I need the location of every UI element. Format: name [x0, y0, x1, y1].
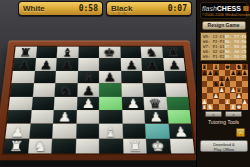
- logo-chess: CHESS: [217, 5, 241, 12]
- piece-black-knight[interactable]: ♞: [143, 47, 161, 58]
- square-e6[interactable]: ♟: [99, 71, 121, 84]
- piece-black-rook[interactable]: ♜: [16, 47, 34, 58]
- square-f4[interactable]: ♟: [121, 96, 144, 110]
- square-a3[interactable]: [7, 110, 31, 124]
- square-a5[interactable]: [10, 83, 33, 96]
- black-clock-plaque: Black 0:07 ♘♗♙: [107, 2, 191, 15]
- square-e2[interactable]: ♝: [99, 124, 122, 139]
- logo: flashCHESS III ©2000-2006 MediaDivision.…: [200, 2, 247, 19]
- piece-white-rook[interactable]: ♜: [6, 139, 27, 153]
- piece-black-pawn[interactable]: ♟: [79, 84, 97, 96]
- mini-board: ♜♝♚♞♜♟♟♟♟♟♟♝♟♞♟♟♟♛♟♟♟♝♟♜♞♜♚: [201, 63, 247, 109]
- square-d2[interactable]: [76, 124, 99, 139]
- square-c5[interactable]: ♞: [55, 83, 78, 96]
- square-c8[interactable]: ♝: [57, 47, 79, 59]
- tutoring-tools-label: Tutoring Tools: [200, 119, 247, 125]
- board-area: ♜♝♚♞♜♟♟♟♟♟♟♝♟♞♟♟♟♛♟♟♟♝♟♜♞♜♚: [7, 20, 191, 166]
- square-d5[interactable]: ♟: [77, 83, 99, 96]
- piece-black-pawn[interactable]: ♟: [36, 59, 54, 71]
- piece-white-bishop[interactable]: ♝: [101, 125, 120, 139]
- square-h1[interactable]: [169, 139, 194, 154]
- square-c7[interactable]: ♟: [56, 58, 78, 70]
- black-clock: Black 0:07 ♘♗♙: [106, 1, 192, 16]
- square-a6[interactable]: [11, 71, 34, 84]
- square-g2[interactable]: [145, 124, 169, 139]
- nav-forward-button[interactable]: >: [225, 111, 242, 117]
- square-b6[interactable]: [33, 71, 56, 84]
- piece-white-knight[interactable]: ♞: [30, 139, 50, 153]
- piece-white-rook[interactable]: ♜: [125, 139, 145, 153]
- piece-white-pawn[interactable]: ♟: [7, 125, 27, 139]
- square-d4[interactable]: ♟: [76, 96, 99, 110]
- square-b4[interactable]: [31, 96, 54, 110]
- square-g1[interactable]: ♚: [146, 139, 171, 154]
- square-b8[interactable]: [35, 47, 57, 59]
- square-d1[interactable]: [75, 139, 99, 154]
- square-b5[interactable]: [32, 83, 55, 96]
- square-f6[interactable]: [121, 71, 143, 84]
- square-c4[interactable]: [54, 96, 77, 110]
- square-a2[interactable]: ♟: [5, 124, 30, 139]
- square-g7[interactable]: ♟: [141, 58, 163, 70]
- square-c2[interactable]: [52, 124, 76, 139]
- square-e4[interactable]: [99, 96, 122, 110]
- square-a4[interactable]: [8, 96, 32, 110]
- piece-white-pawn[interactable]: ♟: [78, 97, 97, 110]
- piece-white-pawn[interactable]: ♟: [170, 125, 190, 139]
- square-c6[interactable]: [55, 71, 77, 84]
- square-e3[interactable]: [99, 110, 122, 124]
- move-black: B9: D8-G5: [225, 54, 247, 59]
- square-f7[interactable]: ♟: [120, 58, 142, 70]
- piece-black-rook[interactable]: ♜: [163, 47, 181, 58]
- piece-black-pawn[interactable]: ♟: [164, 59, 183, 71]
- board-frame: ♜♝♚♞♜♟♟♟♟♟♟♝♟♞♟♟♟♛♟♟♟♝♟♜♞♜♚: [0, 41, 204, 161]
- piece-black-pawn[interactable]: ♟: [58, 59, 76, 71]
- resign-game-button[interactable]: Resign Game: [202, 21, 246, 30]
- square-a8[interactable]: ♜: [14, 47, 36, 59]
- square-c1[interactable]: [51, 139, 75, 154]
- move-white: W9: F1-E2: [203, 54, 225, 59]
- logo-flash: flash: [202, 5, 217, 12]
- piece-white-pawn[interactable]: ♟: [123, 97, 142, 110]
- square-h4[interactable]: [166, 96, 190, 110]
- piece-black-pawn[interactable]: ♟: [143, 59, 161, 71]
- captured-pieces-tray: ♘♗♙: [111, 11, 127, 16]
- square-f5[interactable]: [121, 83, 144, 96]
- square-b3[interactable]: [30, 110, 54, 124]
- square-g5[interactable]: [143, 83, 166, 96]
- square-c3[interactable]: ♟: [53, 110, 76, 124]
- square-a7[interactable]: ♟: [13, 58, 36, 70]
- move-row-5: W9: F1-E2B9: D8-G5: [203, 54, 244, 59]
- piece-black-queen[interactable]: ♛: [146, 97, 165, 110]
- square-h2[interactable]: ♟: [168, 124, 193, 139]
- square-h7[interactable]: ♟: [163, 58, 186, 70]
- white-clock-label: White: [23, 4, 45, 13]
- white-clock-plaque: White 0:58: [19, 2, 102, 15]
- square-d6[interactable]: ♝: [77, 71, 99, 84]
- square-b7[interactable]: ♟: [34, 58, 56, 70]
- square-e1[interactable]: [99, 139, 123, 154]
- mini-square-h1: [242, 104, 248, 110]
- square-e8[interactable]: ♚: [99, 47, 120, 59]
- piece-black-bishop[interactable]: ♝: [79, 71, 97, 83]
- square-h3[interactable]: [167, 110, 191, 124]
- sidebar: flashCHESS III ©2000-2006 MediaDivision.…: [196, 0, 250, 167]
- square-f2[interactable]: [122, 124, 146, 139]
- lock-icon[interactable]: 🔒: [236, 128, 245, 137]
- black-clock-time: 0:07: [168, 4, 187, 13]
- piece-white-king[interactable]: ♚: [148, 139, 168, 153]
- square-b1[interactable]: ♞: [27, 139, 52, 154]
- logo-edition: III: [243, 5, 249, 12]
- square-d3[interactable]: [76, 110, 99, 124]
- piece-black-pawn[interactable]: ♟: [15, 59, 34, 71]
- mini-board-nav: < >: [200, 111, 247, 117]
- piece-black-pawn[interactable]: ♟: [101, 71, 119, 83]
- piece-black-king[interactable]: ♚: [101, 47, 118, 58]
- piece-white-pawn[interactable]: ♟: [146, 111, 166, 124]
- piece-black-pawn[interactable]: ♟: [122, 59, 140, 71]
- white-clock: White 0:58: [18, 1, 103, 16]
- square-e7[interactable]: [99, 58, 121, 70]
- nav-back-button[interactable]: <: [205, 111, 222, 117]
- download-play-offline-button[interactable]: Download & Play Offline: [200, 140, 248, 152]
- piece-black-bishop[interactable]: ♝: [59, 47, 77, 58]
- move-list[interactable]: W5: C2-C3B5: E7-E6W6: F2-F4B6: F8-D6W7: …: [200, 32, 247, 61]
- square-f3[interactable]: [122, 110, 145, 124]
- square-a1[interactable]: ♜: [4, 139, 29, 154]
- square-d8[interactable]: [78, 47, 99, 59]
- square-d7[interactable]: [77, 58, 99, 70]
- copyright-text: ©2000-2006 MediaDivision.com: [202, 12, 245, 17]
- piece-white-pawn[interactable]: ♟: [55, 111, 74, 124]
- square-h6[interactable]: [164, 71, 187, 84]
- app-window: White 0:58 Black 0:07 ♘♗♙ ♜♝♚♞♜♟♟♟♟♟♟♝♟♞…: [0, 0, 250, 167]
- chess-board[interactable]: ♜♝♚♞♜♟♟♟♟♟♟♝♟♞♟♟♟♛♟♟♟♝♟♜♞♜♚: [4, 47, 195, 154]
- white-clock-time: 0:58: [79, 4, 98, 13]
- square-g8[interactable]: ♞: [141, 47, 163, 59]
- square-g4[interactable]: ♛: [143, 96, 166, 110]
- square-h8[interactable]: ♜: [162, 47, 184, 59]
- square-g3[interactable]: ♟: [144, 110, 168, 124]
- square-b2[interactable]: [29, 124, 53, 139]
- square-e5[interactable]: [99, 83, 121, 96]
- square-h5[interactable]: [165, 83, 188, 96]
- square-f1[interactable]: ♜: [122, 139, 146, 154]
- piece-black-knight[interactable]: ♞: [57, 84, 76, 96]
- square-f8[interactable]: [120, 47, 142, 59]
- square-g6[interactable]: [142, 71, 165, 84]
